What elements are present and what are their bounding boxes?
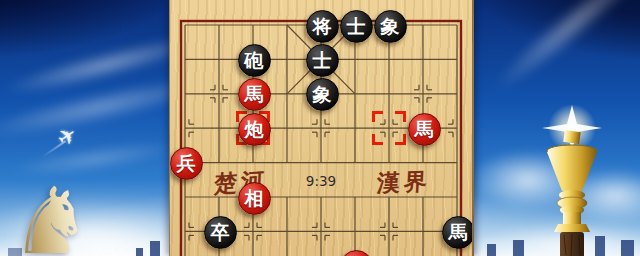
piece-black-cannon[interactable]: 砲 — [238, 44, 271, 77]
piece-black-advisor[interactable]: 士 — [340, 10, 373, 43]
piece-black-elephant[interactable]: 象 — [374, 10, 407, 43]
last-move-from-marker — [372, 111, 406, 145]
cloud — [486, 0, 640, 101]
golden-sceptre-icon — [530, 95, 640, 256]
piece-character: 兵 — [177, 154, 196, 173]
piece-red-cannon[interactable]: 炮 — [238, 113, 271, 146]
piece-black-horse[interactable]: 馬 — [442, 216, 475, 249]
piece-character: 将 — [313, 17, 332, 36]
building-silhouette — [487, 244, 496, 256]
building-silhouette — [513, 240, 524, 256]
piece-character: 士 — [313, 51, 332, 70]
game-scene: ✈ ♞ — [0, 0, 640, 256]
knight-statue-icon: ♞ — [10, 176, 92, 256]
piece-character: 象 — [381, 17, 400, 36]
piece-character: 卒 — [211, 223, 230, 242]
piece-red-elephant[interactable]: 相 — [238, 182, 271, 215]
piece-black-general[interactable]: 将 — [306, 10, 339, 43]
game-timer: 9:39 — [289, 173, 353, 189]
piece-character: 象 — [313, 85, 332, 104]
piece-character: 馬 — [449, 223, 468, 242]
building-silhouette — [136, 248, 143, 256]
piece-black-elephant[interactable]: 象 — [306, 78, 339, 111]
piece-red-horse[interactable]: 馬 — [238, 78, 271, 111]
piece-character: 馬 — [245, 85, 264, 104]
piece-black-advisor[interactable]: 士 — [306, 44, 339, 77]
building-silhouette — [150, 241, 160, 256]
piece-character: 馬 — [415, 120, 434, 139]
piece-red-horse[interactable]: 馬 — [408, 113, 441, 146]
piece-character: 相 — [245, 189, 264, 208]
piece-character: 砲 — [245, 51, 264, 70]
xiangqi-board[interactable]: 楚河 漢界 9:39 将士象砲士馬象炮馬兵相卒馬 — [169, 0, 474, 256]
piece-black-soldier[interactable]: 卒 — [204, 216, 237, 249]
piece-red-soldier[interactable]: 兵 — [170, 147, 203, 180]
river-label-right: 漢界 — [371, 166, 437, 199]
piece-character: 炮 — [245, 120, 264, 139]
piece-character: 士 — [347, 17, 366, 36]
